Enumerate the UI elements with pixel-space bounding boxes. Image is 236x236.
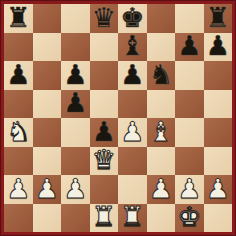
white-pawn: ♟ <box>35 175 59 202</box>
square-f4[interactable]: ♝ <box>147 118 176 147</box>
white-pawn: ♟ <box>63 175 87 202</box>
white-king: ♚ <box>177 204 201 231</box>
square-e7[interactable]: ♝ <box>118 33 147 62</box>
square-d4[interactable]: ♟ <box>90 118 119 147</box>
square-g4[interactable] <box>175 118 204 147</box>
white-rook: ♜ <box>92 204 116 231</box>
square-c5[interactable]: ♟ <box>61 90 90 119</box>
square-a7[interactable] <box>4 33 33 62</box>
square-d6[interactable] <box>90 61 119 90</box>
square-d3[interactable]: ♛ <box>90 147 119 176</box>
square-g8[interactable] <box>175 4 204 33</box>
square-g5[interactable] <box>175 90 204 119</box>
square-c6[interactable]: ♟ <box>61 61 90 90</box>
square-f5[interactable] <box>147 90 176 119</box>
square-a8[interactable]: ♜ <box>4 4 33 33</box>
square-a6[interactable]: ♟ <box>4 61 33 90</box>
square-c7[interactable] <box>61 33 90 62</box>
white-pawn: ♟ <box>120 118 144 145</box>
square-e2[interactable] <box>118 175 147 204</box>
square-e3[interactable] <box>118 147 147 176</box>
square-d5[interactable] <box>90 90 119 119</box>
square-e4[interactable]: ♟ <box>118 118 147 147</box>
square-c4[interactable] <box>61 118 90 147</box>
square-g7[interactable]: ♟ <box>175 33 204 62</box>
white-pawn: ♟ <box>6 175 30 202</box>
black-king: ♚ <box>120 4 144 31</box>
black-pawn: ♟ <box>63 61 87 88</box>
white-pawn: ♟ <box>149 175 173 202</box>
square-a5[interactable] <box>4 90 33 119</box>
black-queen: ♛ <box>92 4 116 31</box>
square-e5[interactable] <box>118 90 147 119</box>
square-a2[interactable]: ♟ <box>4 175 33 204</box>
board-frame: ♜♛♚♜♝♟♟♟♟♟♞♟♞♟♟♝♛♟♟♟♟♟♟♜♜♚ <box>0 0 236 236</box>
square-h5[interactable] <box>204 90 233 119</box>
square-c2[interactable]: ♟ <box>61 175 90 204</box>
white-rook: ♜ <box>120 204 144 231</box>
black-knight: ♞ <box>149 61 173 88</box>
square-d8[interactable]: ♛ <box>90 4 119 33</box>
square-b7[interactable] <box>33 33 62 62</box>
square-f8[interactable] <box>147 4 176 33</box>
black-pawn: ♟ <box>6 61 30 88</box>
square-c1[interactable] <box>61 204 90 233</box>
square-g3[interactable] <box>175 147 204 176</box>
square-f1[interactable] <box>147 204 176 233</box>
black-pawn: ♟ <box>206 33 230 60</box>
black-rook: ♜ <box>6 4 30 31</box>
square-h6[interactable] <box>204 61 233 90</box>
square-h4[interactable] <box>204 118 233 147</box>
white-queen: ♛ <box>92 147 116 174</box>
square-c8[interactable] <box>61 4 90 33</box>
square-e1[interactable]: ♜ <box>118 204 147 233</box>
black-rook: ♜ <box>206 4 230 31</box>
black-bishop: ♝ <box>120 33 144 60</box>
square-f7[interactable] <box>147 33 176 62</box>
square-g2[interactable]: ♟ <box>175 175 204 204</box>
white-pawn: ♟ <box>206 175 230 202</box>
square-a3[interactable] <box>4 147 33 176</box>
black-pawn: ♟ <box>120 61 144 88</box>
white-pawn: ♟ <box>177 175 201 202</box>
square-c3[interactable] <box>61 147 90 176</box>
black-pawn: ♟ <box>177 33 201 60</box>
square-a1[interactable] <box>4 204 33 233</box>
square-h3[interactable] <box>204 147 233 176</box>
black-pawn: ♟ <box>63 90 87 117</box>
square-h2[interactable]: ♟ <box>204 175 233 204</box>
square-f6[interactable]: ♞ <box>147 61 176 90</box>
square-h7[interactable]: ♟ <box>204 33 233 62</box>
white-bishop: ♝ <box>149 118 173 145</box>
square-f2[interactable]: ♟ <box>147 175 176 204</box>
square-b5[interactable] <box>33 90 62 119</box>
square-f3[interactable] <box>147 147 176 176</box>
square-d1[interactable]: ♜ <box>90 204 119 233</box>
square-h8[interactable]: ♜ <box>204 4 233 33</box>
square-e6[interactable]: ♟ <box>118 61 147 90</box>
square-d7[interactable] <box>90 33 119 62</box>
square-b6[interactable] <box>33 61 62 90</box>
square-b3[interactable] <box>33 147 62 176</box>
square-b8[interactable] <box>33 4 62 33</box>
square-g1[interactable]: ♚ <box>175 204 204 233</box>
square-b4[interactable] <box>33 118 62 147</box>
square-a4[interactable]: ♞ <box>4 118 33 147</box>
black-pawn: ♟ <box>92 118 116 145</box>
square-e8[interactable]: ♚ <box>118 4 147 33</box>
square-b2[interactable]: ♟ <box>33 175 62 204</box>
square-d2[interactable] <box>90 175 119 204</box>
chess-board: ♜♛♚♜♝♟♟♟♟♟♞♟♞♟♟♝♛♟♟♟♟♟♟♜♜♚ <box>4 4 232 232</box>
white-knight: ♞ <box>6 118 30 145</box>
square-h1[interactable] <box>204 204 233 233</box>
square-b1[interactable] <box>33 204 62 233</box>
square-g6[interactable] <box>175 61 204 90</box>
